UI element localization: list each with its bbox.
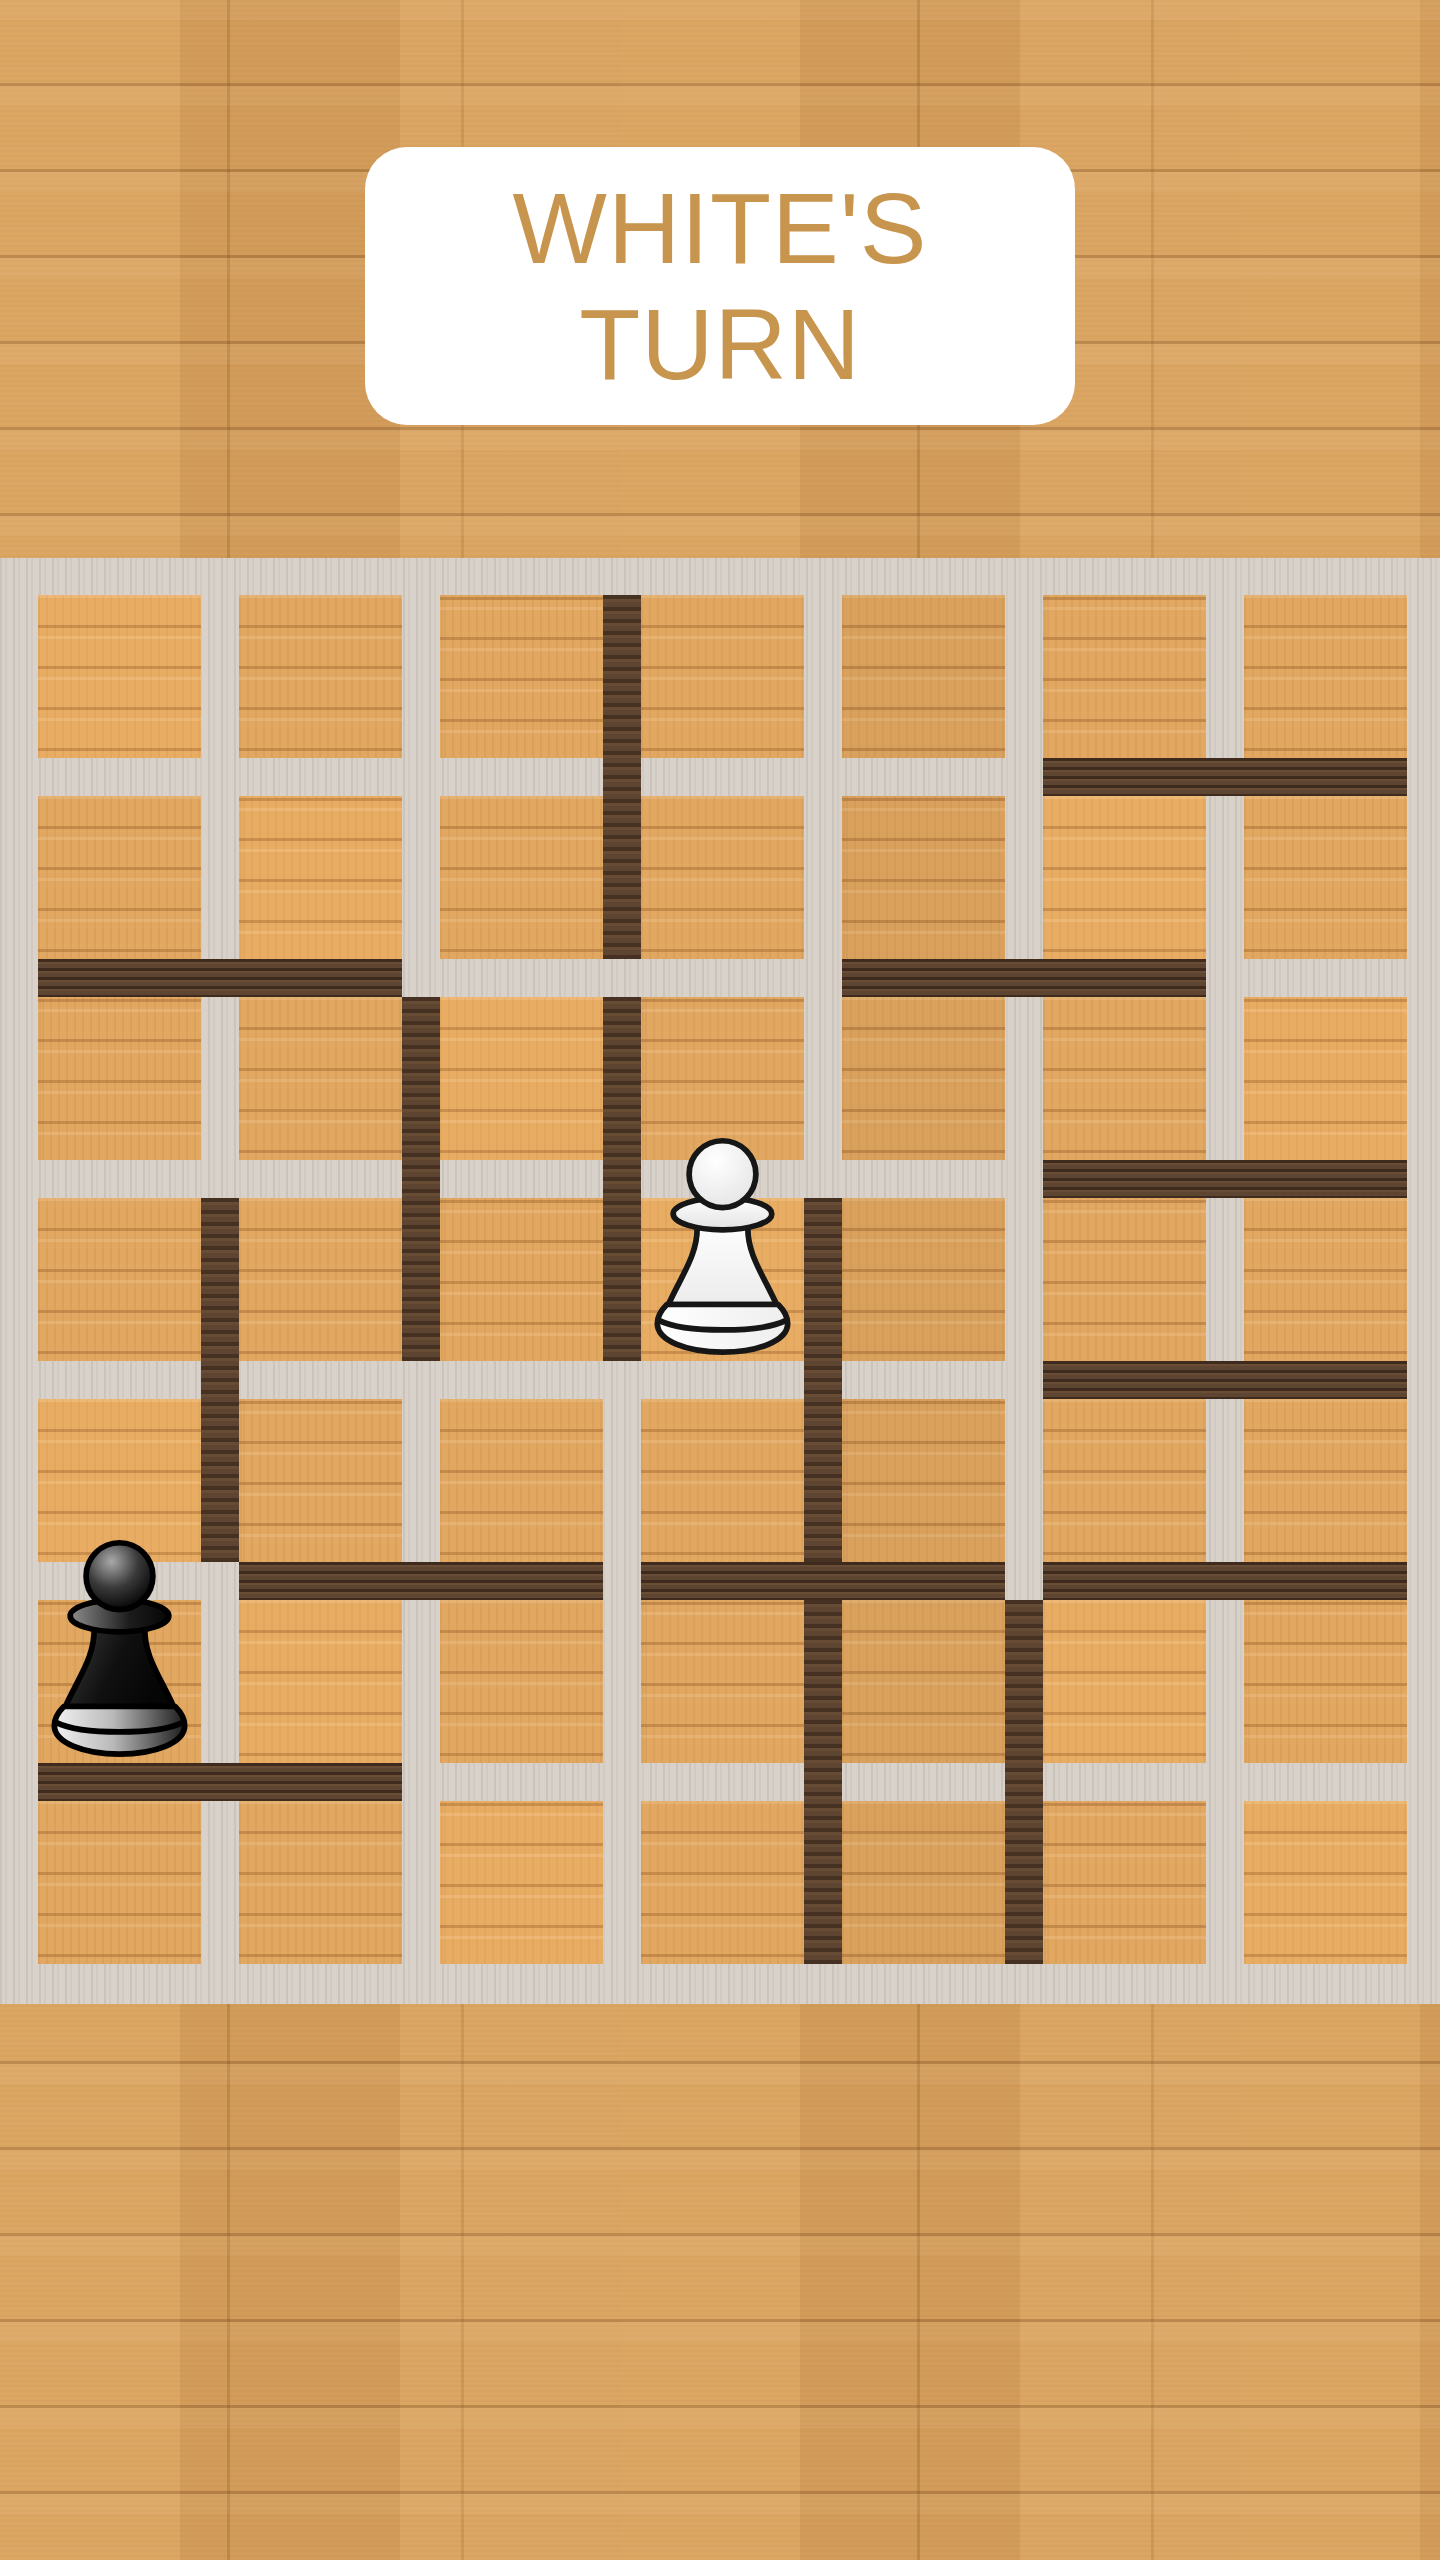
vertical-wall [201,1198,239,1562]
board-cell[interactable] [239,997,402,1160]
board-cell[interactable] [1244,1600,1407,1763]
board-cell[interactable] [641,1399,804,1562]
horizontal-wall [1043,1160,1407,1198]
board-cell[interactable] [440,1198,603,1361]
board-cell[interactable] [641,1801,804,1964]
board-cell[interactable] [239,1198,402,1361]
vertical-wall [603,997,641,1361]
board-cell[interactable] [1043,997,1206,1160]
black-pawn[interactable] [40,1531,199,1758]
board-cell[interactable] [641,595,804,758]
turn-banner: WHITE'S TURN [365,147,1075,425]
horizontal-wall [1043,1562,1407,1600]
horizontal-wall [239,1562,603,1600]
board-cell[interactable] [38,595,201,758]
vertical-wall [1005,1600,1043,1964]
horizontal-wall [1043,758,1407,796]
board-cell[interactable] [1043,1801,1206,1964]
board-cell[interactable] [842,1600,1005,1763]
horizontal-wall [38,1763,402,1801]
board-cell[interactable] [641,796,804,959]
board-cell[interactable] [239,595,402,758]
game-screen: WHITE'S TURN [0,0,1440,2560]
turn-banner-line1: WHITE'S [513,170,928,286]
board-cell[interactable] [1244,997,1407,1160]
board-cell[interactable] [239,796,402,959]
board-cell[interactable] [641,1600,804,1763]
board-cell[interactable] [842,997,1005,1160]
turn-banner-line2: TURN [579,286,861,402]
board-cell[interactable] [1043,1600,1206,1763]
board-cell[interactable] [239,1600,402,1763]
quoridor-board[interactable] [0,558,1440,2004]
vertical-wall [804,1198,842,1562]
board-cell[interactable] [239,1399,402,1562]
board-cell[interactable] [440,1600,603,1763]
board-cell[interactable] [842,796,1005,959]
board-cell[interactable] [440,997,603,1160]
board-cell[interactable] [842,1399,1005,1562]
board-cell[interactable] [239,1801,402,1964]
vertical-wall [804,1600,842,1964]
board-cell[interactable] [1244,1399,1407,1562]
board-cell[interactable] [440,1801,603,1964]
horizontal-wall [1043,1361,1407,1399]
horizontal-wall [38,959,402,997]
horizontal-wall [641,1562,1005,1600]
horizontal-wall [842,959,1206,997]
board-cell[interactable] [38,1801,201,1964]
board-cell[interactable] [1244,1801,1407,1964]
board-cell[interactable] [1244,1198,1407,1361]
board-cell[interactable] [38,997,201,1160]
board-cell[interactable] [842,1801,1005,1964]
board-cell[interactable] [842,1198,1005,1361]
board-cell[interactable] [1043,1198,1206,1361]
white-pawn[interactable] [643,1129,802,1356]
board-cell[interactable] [842,595,1005,758]
board-cell[interactable] [38,1198,201,1361]
board-cell[interactable] [440,595,603,758]
board-cell[interactable] [1244,796,1407,959]
board-cell[interactable] [1043,1399,1206,1562]
board-cell[interactable] [440,796,603,959]
board-cell[interactable] [440,1399,603,1562]
board-cell[interactable] [38,796,201,959]
board-cell[interactable] [1043,796,1206,959]
board-cell[interactable] [1244,595,1407,758]
vertical-wall [603,595,641,959]
vertical-wall [402,997,440,1361]
board-cell[interactable] [1043,595,1206,758]
